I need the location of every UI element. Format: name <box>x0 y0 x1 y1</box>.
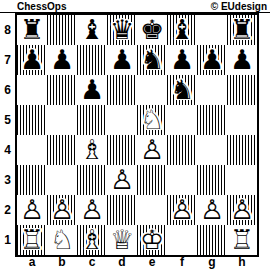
square-b4[interactable] <box>47 135 77 165</box>
square-d4[interactable] <box>107 135 137 165</box>
piece-halo: ♟ <box>107 45 137 75</box>
square-c6[interactable]: ♟♟ <box>77 75 107 105</box>
piece-halo: ♞ <box>167 75 197 105</box>
piece-white-pawn: ♙ <box>17 195 47 225</box>
square-g6[interactable] <box>197 75 227 105</box>
piece-halo: ♚ <box>137 225 167 255</box>
square-h2[interactable]: ♟♙ <box>227 195 257 225</box>
file-label-e: e <box>137 256 167 270</box>
square-a3[interactable] <box>17 165 47 195</box>
piece-black-pawn: ♟ <box>227 45 257 75</box>
square-a6[interactable] <box>17 75 47 105</box>
rank-label-5: 5 <box>0 105 15 135</box>
file-label-d: d <box>107 256 137 270</box>
piece-white-rook: ♖ <box>227 225 257 255</box>
credit-label: © EUdesign <box>211 1 270 12</box>
piece-halo: ♞ <box>47 225 77 255</box>
square-g4[interactable] <box>197 135 227 165</box>
square-d7[interactable]: ♟♟ <box>107 45 137 75</box>
rank-label-8: 8 <box>0 15 15 45</box>
square-c4[interactable]: ♝♗ <box>77 135 107 165</box>
piece-halo: ♟ <box>167 45 197 75</box>
piece-white-pawn: ♙ <box>167 195 197 225</box>
rank-label-7: 7 <box>0 45 15 75</box>
square-e4[interactable]: ♟♙ <box>137 135 167 165</box>
file-label-f: f <box>167 256 197 270</box>
file-label-a: a <box>17 256 47 270</box>
piece-black-rook: ♜ <box>17 15 47 45</box>
square-f4[interactable] <box>167 135 197 165</box>
square-a4[interactable] <box>17 135 47 165</box>
file-labels: abcdefgh <box>17 256 257 270</box>
piece-halo: ♛ <box>107 15 137 45</box>
square-a7[interactable]: ♟♟ <box>17 45 47 75</box>
piece-white-bishop: ♗ <box>77 225 107 255</box>
piece-halo: ♟ <box>107 165 137 195</box>
piece-black-queen: ♛ <box>107 15 137 45</box>
piece-white-bishop: ♗ <box>77 135 107 165</box>
square-c8[interactable]: ♝♝ <box>77 15 107 45</box>
square-h3[interactable] <box>227 165 257 195</box>
piece-halo: ♟ <box>47 195 77 225</box>
piece-white-pawn: ♙ <box>107 165 137 195</box>
square-g2[interactable]: ♟♙ <box>197 195 227 225</box>
piece-halo: ♝ <box>167 15 197 45</box>
square-f5[interactable] <box>167 105 197 135</box>
square-b1[interactable]: ♞♘ <box>47 225 77 255</box>
square-c1[interactable]: ♝♗ <box>77 225 107 255</box>
square-g1[interactable] <box>197 225 227 255</box>
square-d6[interactable] <box>107 75 137 105</box>
square-c7[interactable] <box>77 45 107 75</box>
piece-halo: ♝ <box>77 135 107 165</box>
piece-halo: ♝ <box>77 15 107 45</box>
square-b2[interactable]: ♟♙ <box>47 195 77 225</box>
square-b6[interactable] <box>47 75 77 105</box>
piece-white-knight: ♘ <box>47 225 77 255</box>
square-f2[interactable]: ♟♙ <box>167 195 197 225</box>
square-d1[interactable]: ♛♕ <box>107 225 137 255</box>
square-g5[interactable] <box>197 105 227 135</box>
piece-white-pawn: ♙ <box>77 195 107 225</box>
piece-white-pawn: ♙ <box>227 195 257 225</box>
piece-halo: ♟ <box>17 195 47 225</box>
square-c5[interactable] <box>77 105 107 135</box>
file-label-b: b <box>47 256 77 270</box>
square-f3[interactable] <box>167 165 197 195</box>
piece-halo: ♟ <box>197 195 227 225</box>
piece-black-pawn: ♟ <box>47 45 77 75</box>
square-b3[interactable] <box>47 165 77 195</box>
square-f7[interactable]: ♟♟ <box>167 45 197 75</box>
title-bar: ChessOps © EUdesign <box>0 0 270 13</box>
piece-halo: ♜ <box>17 15 47 45</box>
square-b5[interactable] <box>47 105 77 135</box>
square-e1[interactable]: ♚♔ <box>137 225 167 255</box>
piece-black-rook: ♜ <box>227 15 257 45</box>
rank-label-2: 2 <box>0 195 15 225</box>
piece-white-knight: ♘ <box>137 105 167 135</box>
square-h5[interactable] <box>227 105 257 135</box>
piece-halo: ♟ <box>137 135 167 165</box>
piece-white-pawn: ♙ <box>197 195 227 225</box>
square-b8[interactable] <box>47 15 77 45</box>
piece-halo: ♜ <box>17 225 47 255</box>
square-e6[interactable] <box>137 75 167 105</box>
piece-black-knight: ♞ <box>137 45 167 75</box>
piece-white-king: ♔ <box>137 225 167 255</box>
piece-white-rook: ♖ <box>17 225 47 255</box>
square-h6[interactable] <box>227 75 257 105</box>
file-label-h: h <box>227 256 257 270</box>
rank-label-4: 4 <box>0 135 15 165</box>
square-e8[interactable]: ♚♚ <box>137 15 167 45</box>
piece-halo: ♜ <box>227 15 257 45</box>
piece-halo: ♟ <box>47 45 77 75</box>
piece-black-bishop: ♝ <box>77 15 107 45</box>
square-e3[interactable] <box>137 165 167 195</box>
rank-label-6: 6 <box>0 75 15 105</box>
piece-halo: ♚ <box>137 15 167 45</box>
piece-white-queen: ♕ <box>107 225 137 255</box>
rank-label-1: 1 <box>0 225 15 255</box>
piece-halo: ♟ <box>167 195 197 225</box>
square-a2[interactable]: ♟♙ <box>17 195 47 225</box>
piece-black-bishop: ♝ <box>167 15 197 45</box>
square-e5[interactable]: ♞♘ <box>137 105 167 135</box>
square-f8[interactable]: ♝♝ <box>167 15 197 45</box>
piece-halo: ♟ <box>197 45 227 75</box>
square-d3[interactable]: ♟♙ <box>107 165 137 195</box>
app-title: ChessOps <box>0 1 66 12</box>
piece-white-pawn: ♙ <box>47 195 77 225</box>
square-f1[interactable] <box>167 225 197 255</box>
piece-halo: ♟ <box>227 45 257 75</box>
piece-halo: ♝ <box>77 225 107 255</box>
square-d5[interactable] <box>107 105 137 135</box>
piece-halo: ♟ <box>77 75 107 105</box>
piece-black-pawn: ♟ <box>167 45 197 75</box>
rank-labels: 87654321 <box>0 15 15 255</box>
file-label-g: g <box>197 256 227 270</box>
piece-black-pawn: ♟ <box>17 45 47 75</box>
square-a1[interactable]: ♜♖ <box>17 225 47 255</box>
piece-halo: ♛ <box>107 225 137 255</box>
square-b7[interactable]: ♟♟ <box>47 45 77 75</box>
chessops-window: ChessOps © EUdesign 87654321 ♜♜♝♝♛♛♚♚♝♝♜… <box>0 0 270 270</box>
piece-halo: ♜ <box>227 225 257 255</box>
square-g3[interactable] <box>197 165 227 195</box>
square-c3[interactable] <box>77 165 107 195</box>
piece-black-pawn: ♟ <box>107 45 137 75</box>
square-f6[interactable]: ♞♞ <box>167 75 197 105</box>
square-c2[interactable]: ♟♙ <box>77 195 107 225</box>
square-g8[interactable] <box>197 15 227 45</box>
chess-board: ♜♜♝♝♛♛♚♚♝♝♜♜♟♟♟♟♟♟♞♞♟♟♟♟♟♟♟♟♞♞♞♘♝♗♟♙♟♙♟♙… <box>15 13 259 257</box>
square-e7[interactable]: ♞♞ <box>137 45 167 75</box>
square-h1[interactable]: ♜♖ <box>227 225 257 255</box>
piece-black-pawn: ♟ <box>77 75 107 105</box>
piece-white-pawn: ♙ <box>137 135 167 165</box>
square-d8[interactable]: ♛♛ <box>107 15 137 45</box>
rank-label-3: 3 <box>0 165 15 195</box>
piece-halo: ♟ <box>227 195 257 225</box>
square-g7[interactable]: ♟♟ <box>197 45 227 75</box>
square-e2[interactable] <box>137 195 167 225</box>
square-h4[interactable] <box>227 135 257 165</box>
square-a5[interactable] <box>17 105 47 135</box>
file-label-c: c <box>77 256 107 270</box>
piece-black-king: ♚ <box>137 15 167 45</box>
piece-halo: ♟ <box>77 195 107 225</box>
square-h8[interactable]: ♜♜ <box>227 15 257 45</box>
piece-halo: ♞ <box>137 45 167 75</box>
square-d2[interactable] <box>107 195 137 225</box>
square-a8[interactable]: ♜♜ <box>17 15 47 45</box>
piece-halo: ♟ <box>17 45 47 75</box>
square-h7[interactable]: ♟♟ <box>227 45 257 75</box>
piece-black-pawn: ♟ <box>197 45 227 75</box>
piece-black-knight: ♞ <box>167 75 197 105</box>
piece-halo: ♞ <box>137 105 167 135</box>
